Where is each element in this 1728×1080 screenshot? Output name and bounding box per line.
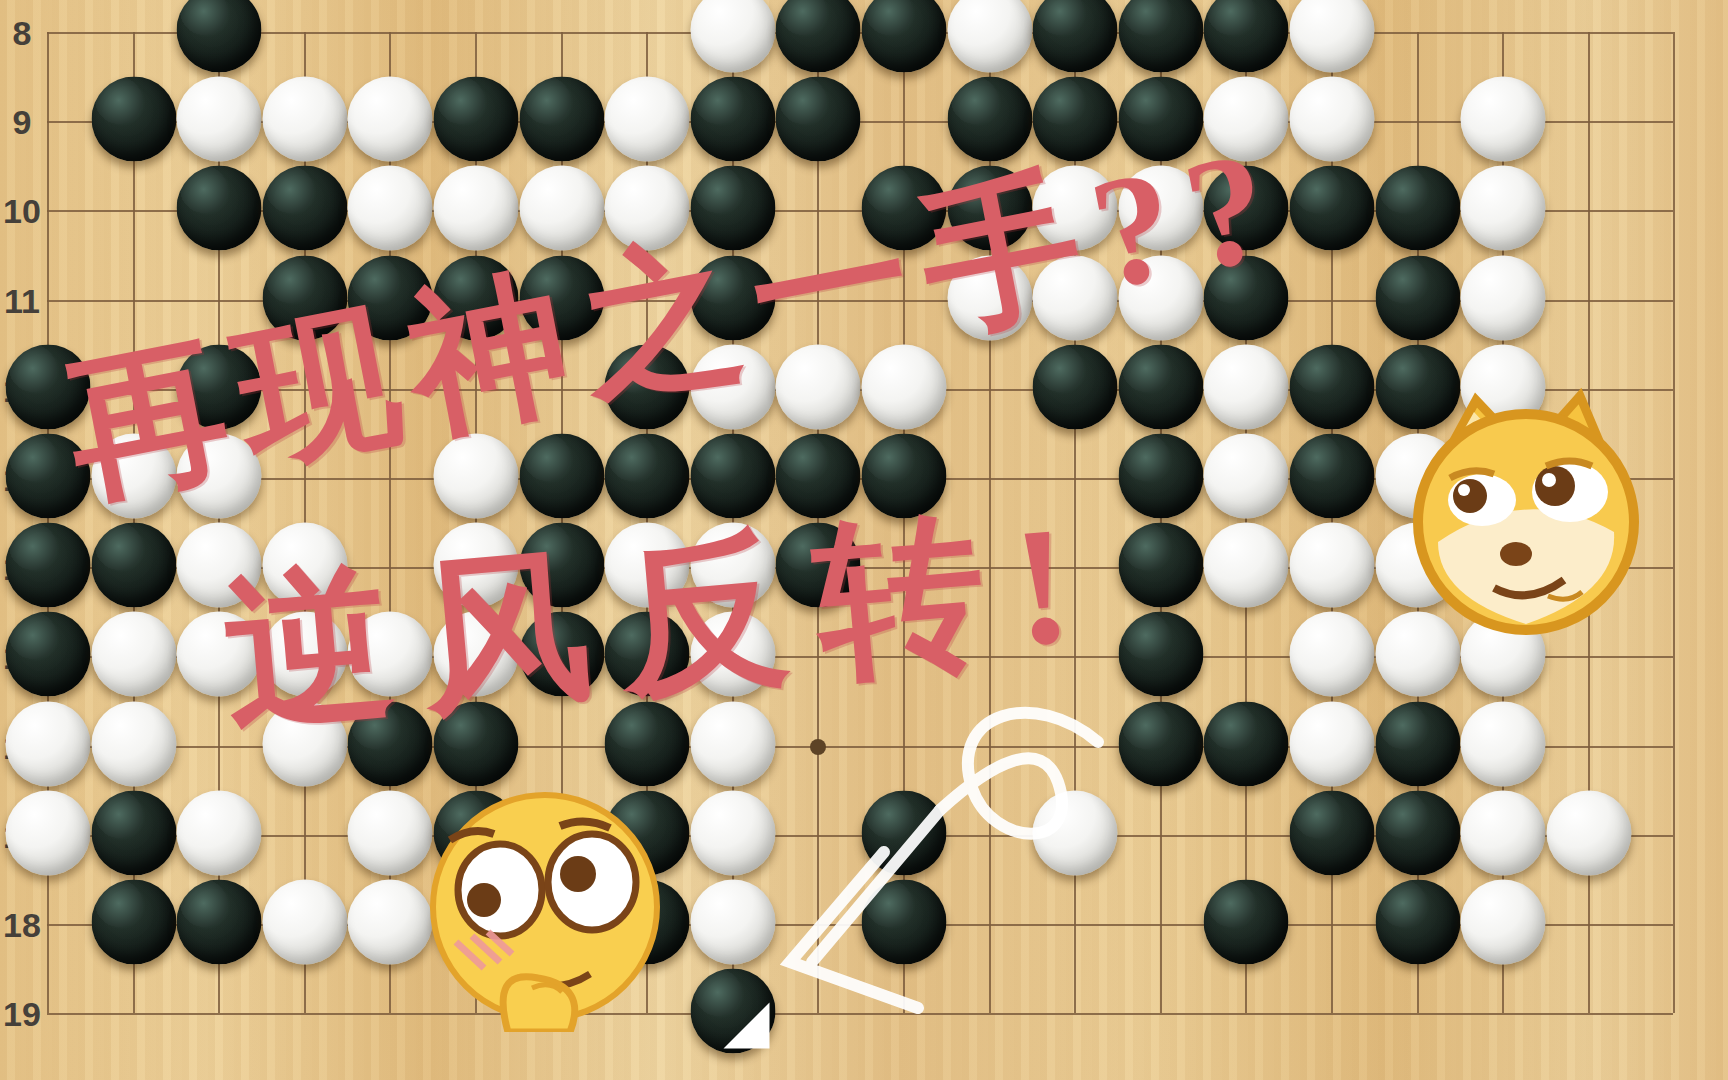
go-board-screenshot: 8910111213141516171819 再现神之一手?? 逆风反转! [0,0,1728,1080]
shy-face-emoji [420,782,670,1032]
doge-emoji [1398,382,1654,638]
